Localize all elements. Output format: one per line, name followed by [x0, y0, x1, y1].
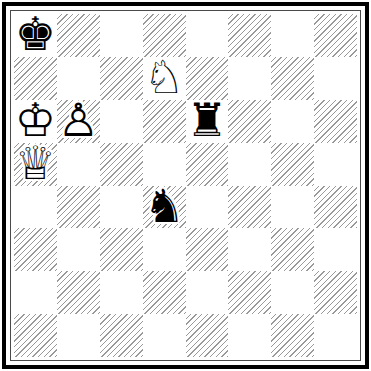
square-a1[interactable]	[14, 314, 57, 357]
square-h5[interactable]	[314, 143, 357, 186]
square-g3[interactable]	[271, 228, 314, 271]
white-knight-icon: ♘	[143, 54, 184, 100]
black-king-piece[interactable]: ♚♚	[14, 14, 57, 57]
square-c8[interactable]	[100, 14, 143, 57]
square-e3[interactable]	[186, 228, 229, 271]
black-king-icon: ♚	[15, 12, 56, 58]
square-h3[interactable]	[314, 228, 357, 271]
white-knight-piece[interactable]: ♞♘	[143, 57, 186, 100]
square-b3[interactable]	[57, 228, 100, 271]
square-h1[interactable]	[314, 314, 357, 357]
square-e4[interactable]	[186, 186, 229, 229]
white-queen-piece[interactable]: ♛♕	[14, 143, 57, 186]
square-c5[interactable]	[100, 143, 143, 186]
square-g7[interactable]	[271, 57, 314, 100]
square-f3[interactable]	[228, 228, 271, 271]
square-a4[interactable]	[14, 186, 57, 229]
square-f6[interactable]	[228, 100, 271, 143]
square-f2[interactable]	[228, 271, 271, 314]
black-rook-piece[interactable]: ♜♜	[186, 100, 229, 143]
square-f8[interactable]	[228, 14, 271, 57]
square-b1[interactable]	[57, 314, 100, 357]
square-e6[interactable]: ♜♜	[186, 100, 229, 143]
square-d4[interactable]: ♞♞	[143, 186, 186, 229]
square-c1[interactable]	[100, 314, 143, 357]
square-h8[interactable]	[314, 14, 357, 57]
square-g1[interactable]	[271, 314, 314, 357]
square-h2[interactable]	[314, 271, 357, 314]
square-c2[interactable]	[100, 271, 143, 314]
square-g6[interactable]	[271, 100, 314, 143]
square-h4[interactable]	[314, 186, 357, 229]
square-f7[interactable]	[228, 57, 271, 100]
square-d6[interactable]	[143, 100, 186, 143]
square-d2[interactable]	[143, 271, 186, 314]
square-e1[interactable]	[186, 314, 229, 357]
square-g8[interactable]	[271, 14, 314, 57]
square-e5[interactable]	[186, 143, 229, 186]
square-a2[interactable]	[14, 271, 57, 314]
square-d7[interactable]: ♞♘	[143, 57, 186, 100]
square-c7[interactable]	[100, 57, 143, 100]
square-d3[interactable]	[143, 228, 186, 271]
chess-board: ♚♚♞♘♚♔♟♙♜♜♛♕♞♞	[14, 14, 357, 357]
square-f4[interactable]	[228, 186, 271, 229]
white-queen-icon: ♕	[15, 140, 56, 186]
square-b8[interactable]	[57, 14, 100, 57]
square-e8[interactable]	[186, 14, 229, 57]
black-rook-icon: ♜	[186, 97, 227, 143]
square-g2[interactable]	[271, 271, 314, 314]
square-b5[interactable]	[57, 143, 100, 186]
square-c3[interactable]	[100, 228, 143, 271]
square-d1[interactable]	[143, 314, 186, 357]
square-e2[interactable]	[186, 271, 229, 314]
square-b6[interactable]: ♟♙	[57, 100, 100, 143]
square-a8[interactable]: ♚♚	[14, 14, 57, 57]
white-pawn-piece[interactable]: ♟♙	[57, 100, 100, 143]
square-c4[interactable]	[100, 186, 143, 229]
black-knight-piece[interactable]: ♞♞	[143, 186, 186, 229]
chess-diagram: ♚♚♞♘♚♔♟♙♜♜♛♕♞♞	[0, 0, 371, 371]
black-knight-icon: ♞	[143, 183, 184, 229]
square-a5[interactable]: ♛♕	[14, 143, 57, 186]
square-b2[interactable]	[57, 271, 100, 314]
square-h6[interactable]	[314, 100, 357, 143]
square-f1[interactable]	[228, 314, 271, 357]
square-a3[interactable]	[14, 228, 57, 271]
square-c6[interactable]	[100, 100, 143, 143]
square-b4[interactable]	[57, 186, 100, 229]
square-g5[interactable]	[271, 143, 314, 186]
square-f5[interactable]	[228, 143, 271, 186]
square-h7[interactable]	[314, 57, 357, 100]
square-g4[interactable]	[271, 186, 314, 229]
white-pawn-icon: ♙	[58, 97, 99, 143]
